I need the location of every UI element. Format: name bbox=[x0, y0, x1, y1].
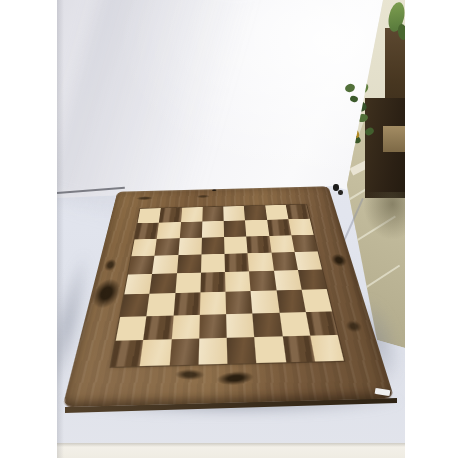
square-c6 bbox=[178, 237, 202, 255]
square-b3 bbox=[147, 293, 175, 316]
square-d3 bbox=[200, 292, 226, 314]
square-d8 bbox=[202, 207, 224, 222]
square-h2 bbox=[305, 311, 337, 335]
chessboard-perspective bbox=[93, 140, 358, 405]
square-g8 bbox=[265, 205, 288, 220]
square-a3 bbox=[120, 294, 149, 317]
wood-knot bbox=[344, 320, 363, 332]
square-c1 bbox=[169, 338, 199, 365]
square-h8 bbox=[286, 204, 310, 219]
square-c3 bbox=[173, 293, 200, 315]
square-d1 bbox=[198, 338, 227, 365]
square-d4 bbox=[200, 272, 225, 293]
square-c5 bbox=[177, 254, 202, 273]
square-b4 bbox=[150, 273, 177, 294]
wood-knot bbox=[88, 278, 124, 309]
square-f2 bbox=[253, 312, 283, 337]
square-a1 bbox=[111, 340, 144, 367]
square-g4 bbox=[273, 270, 301, 291]
square-c7 bbox=[179, 222, 202, 238]
square-f4 bbox=[249, 271, 276, 292]
square-e1 bbox=[227, 337, 257, 364]
square-c4 bbox=[175, 273, 201, 294]
wood-knot bbox=[175, 369, 205, 380]
square-f6 bbox=[246, 236, 271, 253]
photo-canvas bbox=[0, 0, 458, 458]
square-e2 bbox=[226, 313, 254, 338]
table-front-edge bbox=[57, 443, 405, 458]
square-d2 bbox=[199, 314, 227, 339]
edge-notch bbox=[212, 189, 216, 191]
square-b8 bbox=[159, 208, 182, 223]
square-a8 bbox=[138, 208, 161, 223]
square-a7 bbox=[135, 223, 159, 239]
square-b1 bbox=[140, 339, 171, 366]
square-e5 bbox=[225, 253, 250, 272]
square-f8 bbox=[244, 205, 267, 220]
wood-knot bbox=[330, 254, 348, 267]
square-a6 bbox=[131, 239, 157, 257]
square-b5 bbox=[152, 255, 178, 274]
furniture-shadow bbox=[363, 192, 405, 240]
wood-knot bbox=[103, 259, 118, 271]
square-c8 bbox=[181, 207, 203, 222]
square-c2 bbox=[171, 314, 199, 339]
square-h5 bbox=[294, 251, 322, 270]
square-e6 bbox=[224, 236, 248, 254]
square-f5 bbox=[248, 252, 274, 271]
square-d5 bbox=[201, 254, 225, 273]
wood-knot bbox=[216, 370, 254, 387]
square-b2 bbox=[144, 315, 174, 340]
square-e7 bbox=[224, 221, 247, 237]
square-e3 bbox=[226, 291, 253, 313]
chessboard-grid bbox=[111, 204, 344, 366]
square-b7 bbox=[157, 222, 181, 238]
square-d6 bbox=[201, 237, 224, 255]
square-d7 bbox=[202, 221, 224, 237]
square-b6 bbox=[155, 238, 180, 256]
chessboard-tilt bbox=[93, 140, 358, 405]
square-e4 bbox=[225, 271, 251, 292]
square-h7 bbox=[288, 219, 313, 235]
square-a4 bbox=[124, 274, 152, 295]
square-h3 bbox=[301, 289, 332, 311]
furniture-shelf bbox=[383, 126, 405, 152]
square-f7 bbox=[245, 220, 269, 236]
square-g7 bbox=[267, 219, 291, 235]
square-h4 bbox=[298, 269, 327, 289]
square-g6 bbox=[269, 235, 295, 252]
square-h1 bbox=[310, 335, 344, 362]
photo-scene bbox=[57, 0, 405, 458]
square-e8 bbox=[223, 206, 245, 221]
square-h6 bbox=[291, 234, 317, 251]
square-a5 bbox=[128, 255, 155, 274]
square-f1 bbox=[254, 336, 285, 363]
square-f3 bbox=[251, 291, 279, 313]
wood-grain-streak bbox=[196, 195, 209, 199]
square-g5 bbox=[271, 252, 298, 271]
wood-grain-streak bbox=[136, 196, 153, 200]
square-a2 bbox=[116, 316, 147, 341]
chessboard bbox=[62, 186, 394, 407]
